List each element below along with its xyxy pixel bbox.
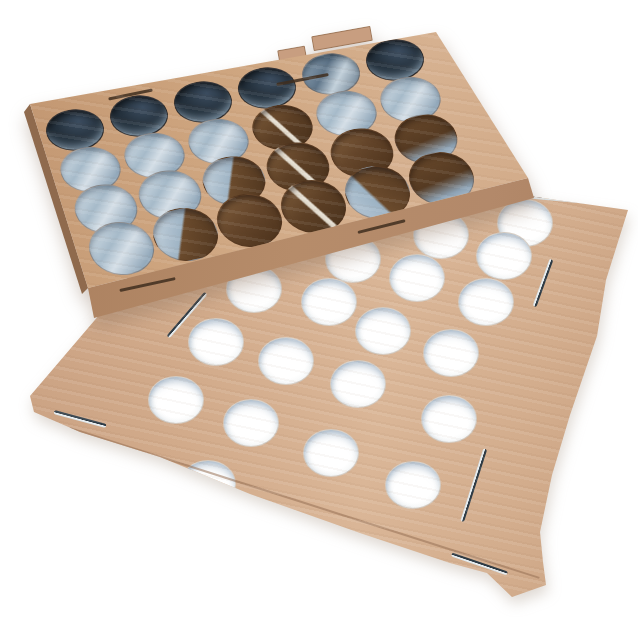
tray-hole-r3-c1 [66, 182, 146, 236]
tray-hole-r1-c1 [35, 103, 115, 157]
tray-hole-r3-c4 [258, 140, 338, 194]
round-cutout-icon [39, 104, 111, 156]
round-cutout-icon [295, 48, 367, 100]
tray-hole-r1-c3 [163, 75, 243, 129]
tray-top-face [0, 0, 638, 638]
round-cutout-icon [67, 179, 146, 240]
round-cutout-icon [259, 137, 338, 198]
tray-hole-r2-c4 [243, 101, 323, 155]
round-cutout-icon [80, 216, 162, 281]
round-cutout-icon [131, 165, 210, 226]
tray-hole-r4-c1 [82, 222, 162, 276]
tray-hole-r4-c2 [146, 208, 226, 262]
tray-hole-r2-c1 [51, 143, 131, 197]
tray-hole-r3-c3 [194, 154, 274, 208]
tray-hole-r2-c2 [115, 129, 195, 183]
round-cutout-icon [387, 109, 466, 170]
tray-hole-r2-c6 [371, 73, 451, 127]
round-cutout-icon [117, 127, 192, 183]
tray-hole-r3-c2 [130, 168, 210, 222]
round-cutout-icon [359, 34, 431, 86]
round-cutout-icon [323, 123, 402, 184]
assembled-tray [0, 0, 638, 638]
round-cutout-icon [309, 85, 384, 141]
round-cutout-icon [53, 141, 128, 197]
round-cutout-icon [103, 90, 175, 142]
round-cutout-icon [181, 113, 256, 169]
tray-hole-r3-c5 [322, 126, 402, 180]
tab-slot-cut [276, 73, 329, 86]
round-cutout-icon [231, 62, 303, 114]
round-cutout-icon [195, 151, 274, 212]
tab-slot-cut [108, 89, 153, 101]
tray-hole-r4-c3 [210, 194, 290, 248]
tray-hole-r1-c4 [227, 61, 307, 115]
round-cutout-icon [167, 76, 239, 128]
tab-slot-cut [120, 277, 177, 292]
tray-hole-r2-c5 [307, 87, 387, 141]
tray-hole-r3-c6 [386, 112, 466, 166]
product-photo-canvas [0, 0, 638, 638]
round-cutout-icon [245, 99, 320, 155]
tray-hole-r2-c3 [179, 115, 259, 169]
tab-slot-cut [358, 219, 407, 234]
tray-hole-r1-c2 [99, 89, 179, 143]
tray-hole-grid [35, 33, 481, 275]
round-cutout-icon [373, 71, 448, 127]
